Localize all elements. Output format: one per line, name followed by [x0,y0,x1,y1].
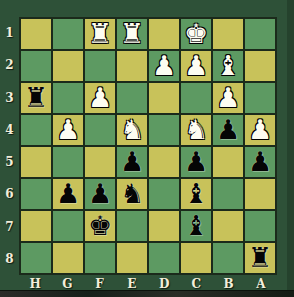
square-f7[interactable]: ♚ [85,211,115,241]
square-c5[interactable]: ♟ [181,147,211,177]
white-pawn[interactable]: ♟ [213,83,243,113]
chess-board[interactable]: ♜♜♚♟♟♝♜♟♟♟♞♞♟♟♟♟♟♟♟♞♝♚♝♜ [19,17,277,275]
square-b6[interactable] [213,179,243,209]
square-e7[interactable] [117,211,147,241]
square-a3[interactable] [245,83,275,113]
square-d4[interactable] [149,115,179,145]
square-d5[interactable] [149,147,179,177]
square-f4[interactable] [85,115,115,145]
square-d7[interactable] [149,211,179,241]
square-a4[interactable]: ♟ [245,115,275,145]
white-king[interactable]: ♚ [181,19,211,49]
rank-label-2: 2 [0,49,19,81]
rank-label-8: 8 [0,243,19,275]
rank-label-7: 7 [0,211,19,243]
bottom-edge-shadow [0,290,294,297]
square-e4[interactable]: ♞ [117,115,147,145]
rank-label-3: 3 [0,82,19,114]
black-pawn[interactable]: ♟ [181,147,211,177]
black-bishop[interactable]: ♝ [181,211,211,241]
square-f1[interactable]: ♜ [85,19,115,49]
square-b3[interactable]: ♟ [213,83,243,113]
square-h3[interactable]: ♜ [21,83,51,113]
square-g2[interactable] [53,51,83,81]
square-g8[interactable] [53,243,83,273]
square-g7[interactable] [53,211,83,241]
square-g4[interactable]: ♟ [53,115,83,145]
square-c8[interactable] [181,243,211,273]
square-c3[interactable] [181,83,211,113]
square-c1[interactable]: ♚ [181,19,211,49]
square-b7[interactable] [213,211,243,241]
square-c2[interactable]: ♟ [181,51,211,81]
white-pawn[interactable]: ♟ [149,51,179,81]
square-h5[interactable] [21,147,51,177]
black-bishop[interactable]: ♝ [181,179,211,209]
square-f5[interactable] [85,147,115,177]
square-g6[interactable]: ♟ [53,179,83,209]
square-c4[interactable]: ♞ [181,115,211,145]
square-g5[interactable] [53,147,83,177]
square-h7[interactable] [21,211,51,241]
square-d3[interactable] [149,83,179,113]
square-e3[interactable] [117,83,147,113]
square-d2[interactable]: ♟ [149,51,179,81]
square-a6[interactable] [245,179,275,209]
white-knight[interactable]: ♞ [117,115,147,145]
square-h8[interactable] [21,243,51,273]
square-a8[interactable]: ♜ [245,243,275,273]
square-e1[interactable]: ♜ [117,19,147,49]
square-h2[interactable] [21,51,51,81]
rank-label-4: 4 [0,114,19,146]
square-e8[interactable] [117,243,147,273]
white-pawn[interactable]: ♟ [53,115,83,145]
rank-label-5: 5 [0,146,19,178]
square-d8[interactable] [149,243,179,273]
square-h1[interactable] [21,19,51,49]
black-king[interactable]: ♚ [85,211,115,241]
black-pawn[interactable]: ♟ [117,147,147,177]
square-b8[interactable] [213,243,243,273]
square-f8[interactable] [85,243,115,273]
black-rook[interactable]: ♜ [21,83,51,113]
square-a7[interactable] [245,211,275,241]
black-pawn[interactable]: ♟ [213,115,243,145]
square-d6[interactable] [149,179,179,209]
square-b5[interactable] [213,147,243,177]
square-g3[interactable] [53,83,83,113]
square-b4[interactable]: ♟ [213,115,243,145]
black-knight[interactable]: ♞ [117,179,147,209]
white-knight[interactable]: ♞ [181,115,211,145]
square-b2[interactable]: ♝ [213,51,243,81]
square-a2[interactable] [245,51,275,81]
square-e2[interactable] [117,51,147,81]
square-e6[interactable]: ♞ [117,179,147,209]
white-bishop[interactable]: ♝ [213,51,243,81]
black-pawn[interactable]: ♟ [85,179,115,209]
chess-board-window: 12345678 ♜♜♚♟♟♝♜♟♟♟♞♞♟♟♟♟♟♟♟♞♝♚♝♜ HGFEDC… [0,0,294,297]
right-edge-shadow [287,0,294,297]
black-pawn[interactable]: ♟ [53,179,83,209]
white-pawn[interactable]: ♟ [181,51,211,81]
square-c6[interactable]: ♝ [181,179,211,209]
rank-label-1: 1 [0,17,19,49]
black-rook[interactable]: ♜ [245,243,275,273]
square-d1[interactable] [149,19,179,49]
black-pawn[interactable]: ♟ [245,147,275,177]
square-a5[interactable]: ♟ [245,147,275,177]
white-rook[interactable]: ♜ [117,19,147,49]
square-h4[interactable] [21,115,51,145]
square-g1[interactable] [53,19,83,49]
rank-label-6: 6 [0,178,19,210]
square-a1[interactable] [245,19,275,49]
rank-labels: 12345678 [0,17,19,275]
square-c7[interactable]: ♝ [181,211,211,241]
square-e5[interactable]: ♟ [117,147,147,177]
square-h6[interactable] [21,179,51,209]
square-f2[interactable] [85,51,115,81]
white-pawn[interactable]: ♟ [245,115,275,145]
white-pawn[interactable]: ♟ [85,83,115,113]
white-rook[interactable]: ♜ [85,19,115,49]
square-b1[interactable] [213,19,243,49]
square-f6[interactable]: ♟ [85,179,115,209]
square-f3[interactable]: ♟ [85,83,115,113]
